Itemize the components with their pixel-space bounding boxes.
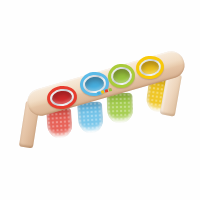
hanging-cup-green — [106, 93, 133, 124]
hanging-cup-blue — [77, 101, 104, 134]
toy-product-photo — [0, 0, 200, 200]
